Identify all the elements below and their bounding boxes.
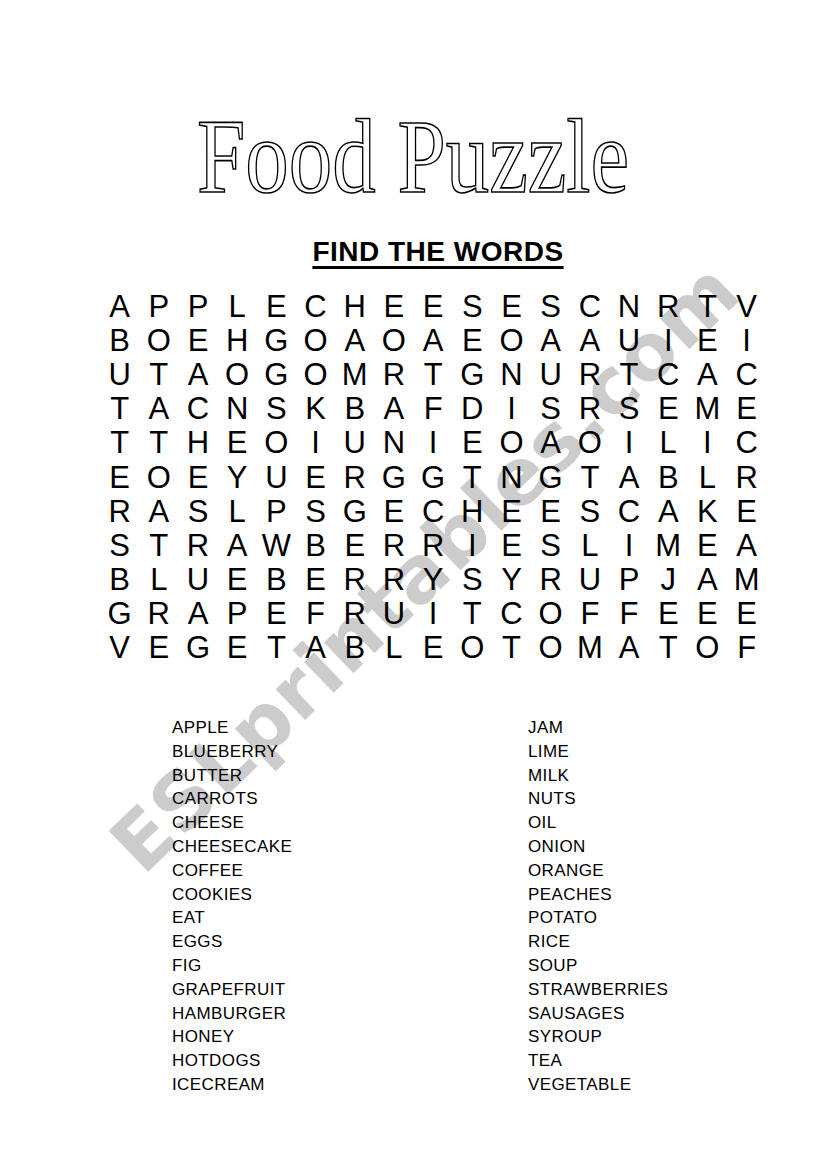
grid-cell-r8c12[interactable]: S xyxy=(531,528,570,562)
word-list-item: BLUEBERRY xyxy=(172,740,292,764)
grid-cell-r9c13[interactable]: U xyxy=(570,563,609,597)
grid-cell-r9c3[interactable]: U xyxy=(178,563,217,597)
grid-cell-r9c12[interactable]: R xyxy=(531,563,570,597)
grid-cell-r1c2[interactable]: P xyxy=(139,289,178,323)
grid-cell-r5c7[interactable]: U xyxy=(335,426,374,460)
grid-cell-r7c10[interactable]: H xyxy=(453,494,492,528)
grid-cell-r11c5[interactable]: T xyxy=(257,631,296,665)
grid-cell-r7c17[interactable]: E xyxy=(727,494,766,528)
grid-cell-r2c12[interactable]: A xyxy=(531,323,570,357)
grid-cell-r3c7[interactable]: M xyxy=(335,357,374,391)
grid-cell-r3c13[interactable]: R xyxy=(570,357,609,391)
grid-cell-r10c4[interactable]: P xyxy=(218,597,257,631)
grid-cell-r9c10[interactable]: S xyxy=(453,563,492,597)
grid-cell-r11c16[interactable]: O xyxy=(688,631,727,665)
grid-cell-r2c16[interactable]: E xyxy=(688,323,727,357)
grid-cell-r4c5[interactable]: S xyxy=(257,392,296,426)
grid-cell-r11c13[interactable]: M xyxy=(570,631,609,665)
grid-cell-r9c2[interactable]: L xyxy=(139,563,178,597)
word-list-item: NUTS xyxy=(528,787,668,811)
grid-cell-r1c17[interactable]: V xyxy=(727,289,766,323)
grid-cell-r5c9[interactable]: I xyxy=(414,426,453,460)
grid-cell-r8c6[interactable]: B xyxy=(296,528,335,562)
word-list-item: PEACHES xyxy=(528,883,668,907)
grid-cell-r1c4[interactable]: L xyxy=(218,289,257,323)
grid-cell-r10c5[interactable]: E xyxy=(257,597,296,631)
grid-cell-r8c5[interactable]: W xyxy=(257,528,296,562)
word-list-item: BUTTER xyxy=(172,764,292,788)
grid-cell-r6c5[interactable]: U xyxy=(257,460,296,494)
grid-cell-r8c11[interactable]: E xyxy=(492,528,531,562)
word-list-item: CARROTS xyxy=(172,787,292,811)
grid-cell-r10c17[interactable]: E xyxy=(727,597,766,631)
word-list-item: SYROUP xyxy=(528,1025,668,1049)
grid-cell-r1c13[interactable]: C xyxy=(570,289,609,323)
grid-cell-r8c14[interactable]: I xyxy=(609,528,648,562)
grid-cell-r6c16[interactable]: L xyxy=(688,460,727,494)
grid-cell-r3c6[interactable]: O xyxy=(296,357,335,391)
grid-cell-r3c8[interactable]: R xyxy=(374,357,413,391)
grid-cell-r2c17[interactable]: I xyxy=(727,323,766,357)
grid-cell-r1c3[interactable]: P xyxy=(178,289,217,323)
grid-cell-r2c8[interactable]: O xyxy=(374,323,413,357)
grid-cell-r2c2[interactable]: O xyxy=(139,323,178,357)
grid-cell-r3c11[interactable]: N xyxy=(492,357,531,391)
grid-cell-r4c11[interactable]: I xyxy=(492,392,531,426)
grid-cell-r7c2[interactable]: A xyxy=(139,494,178,528)
grid-cell-r1c10[interactable]: S xyxy=(453,289,492,323)
grid-cell-r11c14[interactable]: A xyxy=(609,631,648,665)
grid-cell-r3c12[interactable]: U xyxy=(531,357,570,391)
grid-cell-r7c5[interactable]: P xyxy=(257,494,296,528)
grid-cell-r2c13[interactable]: A xyxy=(570,323,609,357)
grid-cell-r11c15[interactable]: T xyxy=(649,631,688,665)
word-list-item: RICE xyxy=(528,930,668,954)
grid-cell-r4c14[interactable]: S xyxy=(609,392,648,426)
grid-cell-r7c16[interactable]: K xyxy=(688,494,727,528)
grid-cell-r5c12[interactable]: A xyxy=(531,426,570,460)
grid-cell-r11c7[interactable]: B xyxy=(335,631,374,665)
grid-cell-r3c9[interactable]: T xyxy=(414,357,453,391)
page-title: Food Puzzle xyxy=(74,101,751,212)
grid-cell-r8c9[interactable]: R xyxy=(414,528,453,562)
grid-cell-r5c11[interactable]: O xyxy=(492,426,531,460)
grid-cell-r6c1[interactable]: E xyxy=(100,460,139,494)
grid-cell-r8c10[interactable]: I xyxy=(453,528,492,562)
grid-cell-r3c4[interactable]: O xyxy=(218,357,257,391)
grid-cell-r6c13[interactable]: T xyxy=(570,460,609,494)
grid-cell-r3c15[interactable]: C xyxy=(649,357,688,391)
grid-cell-r3c14[interactable]: T xyxy=(609,357,648,391)
grid-cell-r9c5[interactable]: B xyxy=(257,563,296,597)
grid-cell-r5c3[interactable]: H xyxy=(178,426,217,460)
grid-cell-r6c6[interactable]: E xyxy=(296,460,335,494)
grid-cell-r11c2[interactable]: E xyxy=(139,631,178,665)
grid-cell-r2c1[interactable]: B xyxy=(100,323,139,357)
word-list-item: COOKIES xyxy=(172,883,292,907)
word-list-item: COFFEE xyxy=(172,859,292,883)
grid-cell-r9c6[interactable]: E xyxy=(296,563,335,597)
grid-cell-r6c10[interactable]: T xyxy=(453,460,492,494)
grid-cell-r10c9[interactable]: I xyxy=(414,597,453,631)
grid-cell-r8c17[interactable]: A xyxy=(727,528,766,562)
grid-cell-r1c6[interactable]: C xyxy=(296,289,335,323)
grid-cell-r7c12[interactable]: E xyxy=(531,494,570,528)
grid-cell-r2c4[interactable]: H xyxy=(218,323,257,357)
grid-cell-r8c2[interactable]: T xyxy=(139,528,178,562)
word-list-item: HOTDOGS xyxy=(172,1049,292,1073)
grid-cell-r5c13[interactable]: O xyxy=(570,426,609,460)
grid-cell-r1c11[interactable]: E xyxy=(492,289,531,323)
grid-cell-r11c10[interactable]: O xyxy=(453,631,492,665)
grid-cell-r2c11[interactable]: O xyxy=(492,323,531,357)
grid-cell-r6c9[interactable]: G xyxy=(414,460,453,494)
grid-cell-r9c11[interactable]: Y xyxy=(492,563,531,597)
grid-cell-r3c17[interactable]: C xyxy=(727,357,766,391)
grid-cell-r7c14[interactable]: C xyxy=(609,494,648,528)
grid-cell-r8c3[interactable]: R xyxy=(178,528,217,562)
word-list-item: APPLE xyxy=(172,716,292,740)
word-list-item: TEA xyxy=(528,1049,668,1073)
word-list-item: ONION xyxy=(528,835,668,859)
word-list-item: MILK xyxy=(528,764,668,788)
grid-cell-r9c17[interactable]: M xyxy=(727,563,766,597)
grid-cell-r11c12[interactable]: O xyxy=(531,631,570,665)
grid-cell-r7c15[interactable]: A xyxy=(649,494,688,528)
grid-cell-r10c3[interactable]: A xyxy=(178,597,217,631)
grid-cell-r8c4[interactable]: A xyxy=(218,528,257,562)
grid-cell-r5c14[interactable]: I xyxy=(609,426,648,460)
grid-cell-r6c3[interactable]: E xyxy=(178,460,217,494)
grid-cell-r10c16[interactable]: E xyxy=(688,597,727,631)
grid-cell-r10c2[interactable]: R xyxy=(139,597,178,631)
grid-cell-r4c6[interactable]: K xyxy=(296,392,335,426)
grid-cell-r4c13[interactable]: R xyxy=(570,392,609,426)
grid-cell-r10c11[interactable]: C xyxy=(492,597,531,631)
word-list-item: HONEY xyxy=(172,1025,292,1049)
grid-cell-r4c12[interactable]: S xyxy=(531,392,570,426)
grid-cell-r11c11[interactable]: T xyxy=(492,631,531,665)
grid-cell-r10c7[interactable]: R xyxy=(335,597,374,631)
grid-cell-r2c10[interactable]: E xyxy=(453,323,492,357)
grid-cell-r10c8[interactable]: U xyxy=(374,597,413,631)
grid-cell-r9c8[interactable]: R xyxy=(374,563,413,597)
grid-cell-r1c1[interactable]: A xyxy=(100,289,139,323)
grid-cell-r5c17[interactable]: C xyxy=(727,426,766,460)
grid-cell-r10c14[interactable]: F xyxy=(609,597,648,631)
grid-cell-r5c8[interactable]: N xyxy=(374,426,413,460)
grid-cell-r1c8[interactable]: E xyxy=(374,289,413,323)
grid-cell-r4c9[interactable]: F xyxy=(414,392,453,426)
word-list-item: CHEESECAKE xyxy=(172,835,292,859)
word-list-item: JAM xyxy=(528,716,668,740)
grid-cell-r8c7[interactable]: E xyxy=(335,528,374,562)
word-list-item: ORANGE xyxy=(528,859,668,883)
word-list-left: APPLEBLUEBERRYBUTTERCARROTSCHEESECHEESEC… xyxy=(172,716,292,1097)
grid-cell-r4c17[interactable]: E xyxy=(727,392,766,426)
grid-cell-r2c3[interactable]: E xyxy=(178,323,217,357)
grid-cell-r6c14[interactable]: A xyxy=(609,460,648,494)
grid-cell-r4c7[interactable]: B xyxy=(335,392,374,426)
grid-cell-r6c2[interactable]: O xyxy=(139,460,178,494)
grid-cell-r2c14[interactable]: U xyxy=(609,323,648,357)
grid-cell-r5c10[interactable]: E xyxy=(453,426,492,460)
word-list-item: SOUP xyxy=(528,954,668,978)
grid-cell-r6c11[interactable]: N xyxy=(492,460,531,494)
grid-cell-r1c7[interactable]: H xyxy=(335,289,374,323)
grid-cell-r11c17[interactable]: F xyxy=(727,631,766,665)
word-list-item: VEGETABLE xyxy=(528,1073,668,1097)
grid-cell-r10c10[interactable]: T xyxy=(453,597,492,631)
grid-cell-r5c6[interactable]: I xyxy=(296,426,335,460)
grid-cell-r8c15[interactable]: M xyxy=(649,528,688,562)
grid-cell-r6c4[interactable]: Y xyxy=(218,460,257,494)
word-list-item: EGGS xyxy=(172,930,292,954)
grid-cell-r5c2[interactable]: T xyxy=(139,426,178,460)
grid-cell-r9c16[interactable]: A xyxy=(688,563,727,597)
grid-cell-r1c9[interactable]: E xyxy=(414,289,453,323)
grid-cell-r1c14[interactable]: N xyxy=(609,289,648,323)
grid-cell-r4c10[interactable]: D xyxy=(453,392,492,426)
grid-cell-r3c10[interactable]: G xyxy=(453,357,492,391)
grid-cell-r9c1[interactable]: B xyxy=(100,563,139,597)
word-list-right: JAMLIMEMILKNUTSOILONIONORANGEPEACHESPOTA… xyxy=(528,716,668,1097)
grid-cell-r6c12[interactable]: G xyxy=(531,460,570,494)
grid-cell-r11c3[interactable]: G xyxy=(178,631,217,665)
grid-cell-r6c15[interactable]: B xyxy=(649,460,688,494)
grid-cell-r1c5[interactable]: E xyxy=(257,289,296,323)
word-list-item: POTATO xyxy=(528,906,668,930)
grid-cell-r7c8[interactable]: E xyxy=(374,494,413,528)
grid-cell-r9c14[interactable]: P xyxy=(609,563,648,597)
word-list-item: STRAWBERRIES xyxy=(528,978,668,1002)
word-list-item: HAMBURGER xyxy=(172,1002,292,1026)
word-list-item: GRAPEFRUIT xyxy=(172,978,292,1002)
grid-cell-r10c12[interactable]: O xyxy=(531,597,570,631)
grid-cell-r5c5[interactable]: O xyxy=(257,426,296,460)
grid-cell-r10c1[interactable]: G xyxy=(100,597,139,631)
grid-cell-r11c6[interactable]: A xyxy=(296,631,335,665)
grid-cell-r3c1[interactable]: U xyxy=(100,357,139,391)
grid-cell-r7c1[interactable]: R xyxy=(100,494,139,528)
grid-cell-r1c15[interactable]: R xyxy=(649,289,688,323)
grid-cell-r7c7[interactable]: G xyxy=(335,494,374,528)
grid-cell-r6c17[interactable]: R xyxy=(727,460,766,494)
grid-cell-r4c8[interactable]: A xyxy=(374,392,413,426)
grid-cell-r2c7[interactable]: A xyxy=(335,323,374,357)
grid-cell-r2c15[interactable]: I xyxy=(649,323,688,357)
word-list-item: FIG xyxy=(172,954,292,978)
word-list-item: EAT xyxy=(172,906,292,930)
word-list-item: SAUSAGES xyxy=(528,1002,668,1026)
grid-cell-r1c12[interactable]: S xyxy=(531,289,570,323)
word-search-grid: APPLECHEESESCNRTVBOEHGOAOAEOAAUIEIUTAOGO… xyxy=(100,289,766,665)
grid-cell-r9c4[interactable]: E xyxy=(218,563,257,597)
grid-cell-r11c1[interactable]: V xyxy=(100,631,139,665)
grid-cell-r2c9[interactable]: A xyxy=(414,323,453,357)
grid-cell-r5c1[interactable]: T xyxy=(100,426,139,460)
grid-cell-r9c7[interactable]: R xyxy=(335,563,374,597)
find-the-words-heading: FIND THE WORDS xyxy=(0,236,826,268)
grid-cell-r10c13[interactable]: F xyxy=(570,597,609,631)
grid-cell-r3c3[interactable]: A xyxy=(178,357,217,391)
grid-cell-r10c15[interactable]: E xyxy=(649,597,688,631)
grid-cell-r11c8[interactable]: L xyxy=(374,631,413,665)
grid-cell-r3c2[interactable]: T xyxy=(139,357,178,391)
grid-cell-r7c3[interactable]: S xyxy=(178,494,217,528)
grid-cell-r8c8[interactable]: R xyxy=(374,528,413,562)
grid-cell-r11c9[interactable]: E xyxy=(414,631,453,665)
grid-cell-r8c16[interactable]: E xyxy=(688,528,727,562)
grid-cell-r9c9[interactable]: Y xyxy=(414,563,453,597)
grid-cell-r5c16[interactable]: I xyxy=(688,426,727,460)
grid-cell-r7c6[interactable]: S xyxy=(296,494,335,528)
grid-cell-r6c7[interactable]: R xyxy=(335,460,374,494)
word-list-item: CHEESE xyxy=(172,811,292,835)
word-list-item: OIL xyxy=(528,811,668,835)
grid-cell-r4c15[interactable]: E xyxy=(649,392,688,426)
grid-cell-r2c6[interactable]: O xyxy=(296,323,335,357)
word-list-item: ICECREAM xyxy=(172,1073,292,1097)
grid-cell-r4c3[interactable]: C xyxy=(178,392,217,426)
word-list-item: LIME xyxy=(528,740,668,764)
grid-cell-r5c4[interactable]: E xyxy=(218,426,257,460)
grid-cell-r8c1[interactable]: S xyxy=(100,528,139,562)
grid-cell-r1c16[interactable]: T xyxy=(688,289,727,323)
grid-cell-r2c5[interactable]: G xyxy=(257,323,296,357)
grid-cell-r4c2[interactable]: A xyxy=(139,392,178,426)
grid-cell-r7c9[interactable]: C xyxy=(414,494,453,528)
grid-cell-r4c4[interactable]: N xyxy=(218,392,257,426)
grid-cell-r10c6[interactable]: F xyxy=(296,597,335,631)
grid-cell-r11c4[interactable]: E xyxy=(218,631,257,665)
grid-cell-r3c5[interactable]: G xyxy=(257,357,296,391)
grid-cell-r6c8[interactable]: G xyxy=(374,460,413,494)
grid-cell-r7c4[interactable]: L xyxy=(218,494,257,528)
grid-cell-r4c16[interactable]: M xyxy=(688,392,727,426)
grid-cell-r3c16[interactable]: A xyxy=(688,357,727,391)
grid-cell-r9c15[interactable]: J xyxy=(649,563,688,597)
grid-cell-r8c13[interactable]: L xyxy=(570,528,609,562)
grid-cell-r7c11[interactable]: E xyxy=(492,494,531,528)
grid-cell-r4c1[interactable]: T xyxy=(100,392,139,426)
grid-cell-r5c15[interactable]: L xyxy=(649,426,688,460)
grid-cell-r7c13[interactable]: S xyxy=(570,494,609,528)
